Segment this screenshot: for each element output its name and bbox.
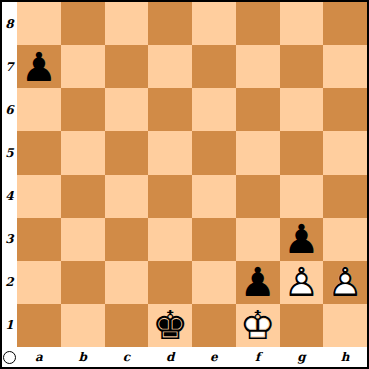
square-f4[interactable]: [236, 175, 280, 218]
square-h1[interactable]: [323, 304, 367, 347]
square-g7[interactable]: [280, 45, 324, 88]
rank-label-8: 8: [2, 2, 17, 45]
file-label-f: f: [236, 347, 280, 367]
file-label-b: b: [61, 347, 105, 367]
square-b5[interactable]: [61, 131, 105, 174]
square-b6[interactable]: [61, 88, 105, 131]
square-c2[interactable]: [105, 261, 149, 304]
square-h7[interactable]: [323, 45, 367, 88]
piece-black-pawn[interactable]: ♟: [240, 262, 276, 302]
rank-label-4: 4: [2, 175, 17, 218]
rank-label-5: 5: [2, 131, 17, 174]
piece-black-pawn[interactable]: ♟: [283, 219, 319, 259]
file-label-e: e: [192, 347, 236, 367]
square-b8[interactable]: [61, 2, 105, 45]
square-f3[interactable]: [236, 218, 280, 261]
square-c3[interactable]: [105, 218, 149, 261]
rank-label-3: 3: [2, 218, 17, 261]
square-f8[interactable]: [236, 2, 280, 45]
square-a5[interactable]: [17, 131, 61, 174]
square-g5[interactable]: [280, 131, 324, 174]
rank-label-2: 2: [2, 261, 17, 304]
square-a3[interactable]: [17, 218, 61, 261]
square-e8[interactable]: [192, 2, 236, 45]
square-f1[interactable]: ♔: [236, 304, 280, 347]
chess-board: 87654321abcdefgh♟♟♟♙♙♚♔: [2, 2, 367, 367]
piece-white-king[interactable]: ♔: [240, 305, 276, 345]
square-d1[interactable]: ♚: [148, 304, 192, 347]
square-b1[interactable]: [61, 304, 105, 347]
diagram-frame: 87654321abcdefgh♟♟♟♙♙♚♔: [0, 0, 369, 369]
square-c1[interactable]: [105, 304, 149, 347]
corner-cell: [2, 347, 17, 367]
square-e3[interactable]: [192, 218, 236, 261]
square-c8[interactable]: [105, 2, 149, 45]
file-label-a: a: [17, 347, 61, 367]
piece-white-pawn[interactable]: ♙: [283, 262, 319, 302]
file-label-g: g: [280, 347, 324, 367]
square-a2[interactable]: [17, 261, 61, 304]
square-a6[interactable]: [17, 88, 61, 131]
square-b2[interactable]: [61, 261, 105, 304]
file-label-h: h: [323, 347, 367, 367]
square-g3[interactable]: ♟: [280, 218, 324, 261]
square-b7[interactable]: [61, 45, 105, 88]
rank-label-7: 7: [2, 45, 17, 88]
square-b4[interactable]: [61, 175, 105, 218]
square-a7[interactable]: ♟: [17, 45, 61, 88]
square-g2[interactable]: ♙: [280, 261, 324, 304]
square-h3[interactable]: [323, 218, 367, 261]
square-h8[interactable]: [323, 2, 367, 45]
square-h4[interactable]: [323, 175, 367, 218]
file-label-d: d: [148, 347, 192, 367]
square-e5[interactable]: [192, 131, 236, 174]
square-f6[interactable]: [236, 88, 280, 131]
square-e2[interactable]: [192, 261, 236, 304]
square-f2[interactable]: ♟: [236, 261, 280, 304]
square-d8[interactable]: [148, 2, 192, 45]
square-g6[interactable]: [280, 88, 324, 131]
file-label-c: c: [105, 347, 149, 367]
square-e7[interactable]: [192, 45, 236, 88]
square-d6[interactable]: [148, 88, 192, 131]
square-g8[interactable]: [280, 2, 324, 45]
square-f7[interactable]: [236, 45, 280, 88]
square-h6[interactable]: [323, 88, 367, 131]
piece-white-pawn[interactable]: ♙: [327, 262, 363, 302]
square-e1[interactable]: [192, 304, 236, 347]
square-h2[interactable]: ♙: [323, 261, 367, 304]
square-a8[interactable]: [17, 2, 61, 45]
square-d3[interactable]: [148, 218, 192, 261]
square-h5[interactable]: [323, 131, 367, 174]
rank-label-1: 1: [2, 304, 17, 347]
square-c7[interactable]: [105, 45, 149, 88]
square-f5[interactable]: [236, 131, 280, 174]
square-d7[interactable]: [148, 45, 192, 88]
square-c4[interactable]: [105, 175, 149, 218]
square-b3[interactable]: [61, 218, 105, 261]
square-e6[interactable]: [192, 88, 236, 131]
square-d5[interactable]: [148, 131, 192, 174]
rank-label-6: 6: [2, 88, 17, 131]
square-d4[interactable]: [148, 175, 192, 218]
square-a4[interactable]: [17, 175, 61, 218]
piece-black-king[interactable]: ♚: [152, 305, 188, 345]
square-e4[interactable]: [192, 175, 236, 218]
square-g1[interactable]: [280, 304, 324, 347]
square-g4[interactable]: [280, 175, 324, 218]
square-a1[interactable]: [17, 304, 61, 347]
white-to-move-indicator: [3, 351, 16, 364]
square-d2[interactable]: [148, 261, 192, 304]
square-c5[interactable]: [105, 131, 149, 174]
piece-black-pawn[interactable]: ♟: [21, 47, 57, 87]
square-c6[interactable]: [105, 88, 149, 131]
